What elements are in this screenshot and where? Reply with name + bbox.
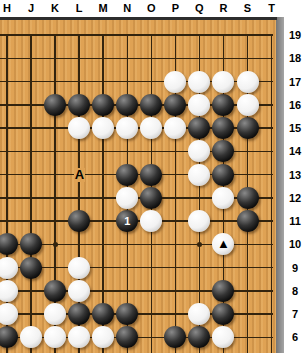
- column-label-l: L: [67, 1, 91, 16]
- board-top-edge: [0, 17, 277, 20]
- white-stone[interactable]: [20, 326, 42, 348]
- row-label-13: 13: [284, 167, 306, 183]
- white-stone[interactable]: [0, 257, 18, 279]
- row-label-9: 9: [284, 260, 306, 276]
- black-stone[interactable]: [0, 326, 18, 348]
- black-stone[interactable]: [237, 117, 259, 139]
- black-stone[interactable]: [0, 233, 18, 255]
- grid-line-horizontal: [0, 58, 273, 60]
- black-stone[interactable]: [164, 326, 186, 348]
- white-stone[interactable]: [116, 117, 138, 139]
- black-stone[interactable]: [20, 233, 42, 255]
- black-stone[interactable]: [188, 326, 210, 348]
- white-stone[interactable]: [140, 117, 162, 139]
- black-stone[interactable]: [140, 164, 162, 186]
- black-stone[interactable]: [212, 140, 234, 162]
- black-stone[interactable]: [140, 94, 162, 116]
- black-stone[interactable]: [212, 280, 234, 302]
- board-right-edge-shadow: [276, 17, 284, 353]
- white-stone[interactable]: ▲: [212, 233, 234, 255]
- black-stone[interactable]: [237, 187, 259, 209]
- black-stone[interactable]: [140, 187, 162, 209]
- grid-line-horizontal: [0, 34, 273, 36]
- white-stone[interactable]: [188, 71, 210, 93]
- point-label-a: A: [74, 168, 85, 182]
- black-stone[interactable]: [68, 94, 90, 116]
- row-label-14: 14: [284, 143, 306, 159]
- row-labels: 191817161514131211109876: [284, 0, 308, 353]
- row-label-10: 10: [284, 236, 306, 252]
- white-stone[interactable]: [0, 303, 18, 325]
- row-label-12: 12: [284, 190, 306, 206]
- white-stone[interactable]: [188, 210, 210, 232]
- star-point: [197, 242, 202, 247]
- row-label-11: 11: [284, 213, 306, 229]
- white-stone[interactable]: [68, 280, 90, 302]
- column-label-k: K: [43, 1, 67, 16]
- go-board-screenshot: 1▲A HJKLMNOPQRST 19181716151413121110987…: [0, 0, 308, 353]
- column-label-n: N: [115, 1, 139, 16]
- black-stone[interactable]: [237, 210, 259, 232]
- white-stone[interactable]: [140, 210, 162, 232]
- row-label-18: 18: [284, 50, 306, 66]
- black-stone[interactable]: [116, 303, 138, 325]
- white-stone[interactable]: [164, 117, 186, 139]
- white-stone[interactable]: [92, 117, 114, 139]
- black-stone[interactable]: [116, 94, 138, 116]
- star-point: [53, 242, 58, 247]
- black-stone[interactable]: [20, 257, 42, 279]
- column-label-s: S: [236, 1, 260, 16]
- black-stone[interactable]: [164, 94, 186, 116]
- column-labels: HJKLMNOPQRST: [0, 0, 308, 17]
- black-stone[interactable]: 1: [116, 210, 138, 232]
- white-stone[interactable]: [188, 140, 210, 162]
- white-stone[interactable]: [188, 303, 210, 325]
- column-label-p: P: [163, 1, 187, 16]
- black-stone[interactable]: [116, 326, 138, 348]
- white-stone[interactable]: [212, 187, 234, 209]
- white-stone[interactable]: [116, 187, 138, 209]
- white-stone[interactable]: [237, 94, 259, 116]
- column-label-h: H: [0, 1, 19, 16]
- black-stone[interactable]: [68, 210, 90, 232]
- row-label-15: 15: [284, 120, 306, 136]
- black-stone[interactable]: [68, 303, 90, 325]
- row-label-7: 7: [284, 306, 306, 322]
- column-label-r: R: [211, 1, 235, 16]
- row-label-8: 8: [284, 283, 306, 299]
- row-label-16: 16: [284, 97, 306, 113]
- white-stone[interactable]: [68, 257, 90, 279]
- row-label-19: 19: [284, 27, 306, 43]
- row-label-6: 6: [284, 329, 306, 345]
- triangle-marker: ▲: [217, 237, 230, 250]
- black-stone[interactable]: [92, 94, 114, 116]
- white-stone[interactable]: [92, 326, 114, 348]
- white-stone[interactable]: [44, 303, 66, 325]
- column-label-q: Q: [187, 1, 211, 16]
- column-label-m: M: [91, 1, 115, 16]
- white-stone[interactable]: [212, 326, 234, 348]
- black-stone[interactable]: [212, 164, 234, 186]
- white-stone[interactable]: [188, 164, 210, 186]
- black-stone[interactable]: [116, 164, 138, 186]
- black-stone[interactable]: [212, 94, 234, 116]
- white-stone[interactable]: [237, 71, 259, 93]
- white-stone[interactable]: [188, 94, 210, 116]
- white-stone[interactable]: [68, 117, 90, 139]
- black-stone[interactable]: [44, 280, 66, 302]
- row-label-17: 17: [284, 74, 306, 90]
- black-stone[interactable]: [188, 117, 210, 139]
- column-label-j: J: [19, 1, 43, 16]
- white-stone[interactable]: [212, 71, 234, 93]
- white-stone[interactable]: [68, 326, 90, 348]
- black-stone[interactable]: [212, 303, 234, 325]
- black-stone[interactable]: [92, 303, 114, 325]
- move-number-label: 1: [124, 216, 130, 227]
- black-stone[interactable]: [212, 117, 234, 139]
- column-label-o: O: [139, 1, 163, 16]
- column-label-t: T: [260, 1, 284, 16]
- black-stone[interactable]: [44, 94, 66, 116]
- white-stone[interactable]: [44, 326, 66, 348]
- white-stone[interactable]: [164, 71, 186, 93]
- go-board[interactable]: 1▲A: [0, 17, 277, 353]
- white-stone[interactable]: [0, 280, 18, 302]
